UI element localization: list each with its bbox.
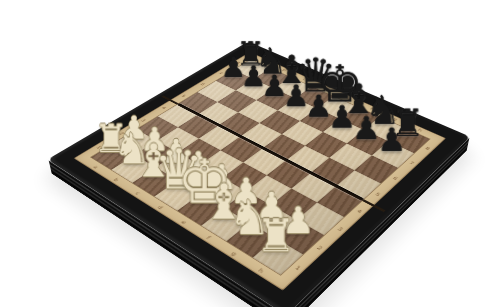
file-label-c: c xyxy=(124,185,151,202)
chess-board: abcdefgh abcdefgh 87654321 87654321 ♜♞♝♛… xyxy=(47,41,470,307)
coordinate-border: abcdefgh abcdefgh 87654321 87654321 ♜♞♝♛… xyxy=(74,52,446,290)
board-frame: abcdefgh abcdefgh 87654321 87654321 ♜♞♝♛… xyxy=(47,41,470,307)
product-photo-scene: abcdefgh abcdefgh 87654321 87654321 ♜♞♝♛… xyxy=(0,0,500,307)
white-rook-h1[interactable]: ♜ xyxy=(253,214,300,257)
pieces-layer: ♜♞♝♛♚♝♞♜♟♟♟♟♟♟♟♟♟♟♟♟♟♟♟♟♜♞♝♛♚♝♞♜ xyxy=(91,60,429,275)
file-label-a: a xyxy=(83,159,108,175)
file-label-h: h xyxy=(245,260,277,282)
black-pawn-h7[interactable]: ♟ xyxy=(372,124,412,155)
playing-area: ♜♞♝♛♚♝♞♜♟♟♟♟♟♟♟♟♟♟♟♟♟♟♟♟♜♞♝♛♚♝♞♜ xyxy=(91,60,429,275)
